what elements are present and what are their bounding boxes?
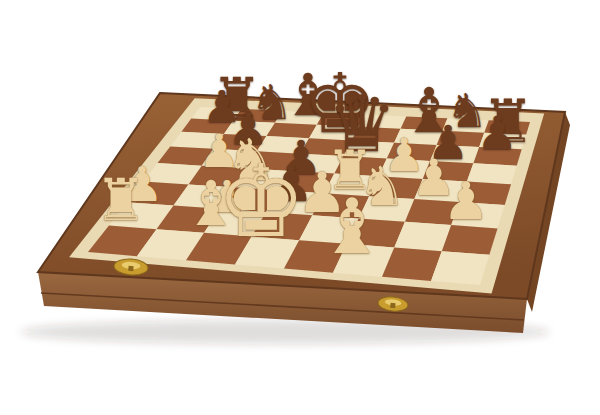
square-f5 (378, 158, 430, 178)
square-g6 (430, 145, 479, 163)
square-f4 (369, 176, 422, 199)
square-h2 (442, 225, 498, 255)
square-d8 (317, 113, 365, 127)
square-g5 (423, 161, 474, 182)
square-f7 (394, 129, 442, 145)
square-g3 (405, 199, 460, 225)
square-h5 (467, 163, 517, 184)
square-d7 (309, 125, 359, 141)
square-d6 (300, 138, 351, 156)
square-e6 (343, 140, 394, 158)
square-a8 (191, 107, 241, 121)
square-e8 (359, 115, 407, 129)
square-h8 (484, 120, 530, 135)
square-h4 (460, 182, 512, 205)
square-g7 (437, 131, 485, 147)
square-e7 (352, 127, 401, 143)
square-g8 (442, 118, 488, 133)
square-f6 (387, 143, 437, 161)
square-h6 (473, 147, 521, 166)
square-c7 (266, 123, 316, 139)
square-g4 (414, 179, 467, 202)
chess-board-svg (0, 0, 600, 415)
square-b7 (224, 121, 275, 136)
square-h3 (451, 202, 504, 228)
chess-set-photo: ♝♞♜♟♞♝♚♜♟♟♛♟♟♟♟♞♜♟♟♟♞♟♟♟♜♝♚♝ (0, 0, 600, 415)
square-b8 (233, 109, 282, 123)
square-h7 (479, 133, 526, 150)
square-e5 (334, 156, 386, 176)
square-f8 (401, 116, 448, 130)
square-c8 (275, 111, 324, 125)
